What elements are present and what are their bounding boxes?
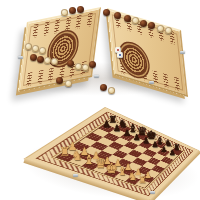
checker-dark[interactable] — [114, 12, 121, 19]
chess-piece-white-rook[interactable]: ♜ — [59, 146, 70, 158]
chess-piece-black-pawn[interactable]: ♟ — [142, 137, 149, 145]
checker-light[interactable] — [75, 63, 82, 70]
chess-piece-black-pawn[interactable]: ♟ — [123, 128, 131, 137]
chess-piece-black-pawn[interactable]: ♟ — [152, 141, 159, 149]
metal-clasp — [150, 191, 155, 194]
checker-dark[interactable] — [89, 61, 96, 68]
chess-piece-white-king[interactable]: ♚ — [105, 161, 118, 175]
chess-piece-white-knight[interactable]: ♞ — [128, 171, 137, 181]
metal-clasp — [149, 81, 154, 84]
checker-dark[interactable] — [100, 84, 107, 91]
chess-piece-black-pawn[interactable]: ♟ — [113, 124, 121, 133]
checker-dark[interactable] — [67, 60, 74, 67]
chess-piece-white-knight[interactable]: ♞ — [72, 150, 83, 163]
chess-piece-black-pawn[interactable]: ♟ — [169, 149, 175, 156]
checker-light[interactable] — [32, 45, 39, 52]
checker-light[interactable] — [157, 25, 164, 32]
chess-piece-black-pawn[interactable]: ♟ — [133, 133, 140, 141]
checker-light[interactable] — [51, 58, 58, 65]
metal-clasp — [94, 75, 99, 78]
checker-light[interactable] — [132, 17, 139, 24]
checker-dark[interactable] — [56, 77, 63, 84]
metal-clasp — [18, 56, 23, 59]
chess-piece-black-pawn[interactable]: ♟ — [160, 145, 167, 152]
checker-light[interactable] — [82, 64, 89, 71]
checker-light[interactable] — [108, 87, 115, 94]
product-photo: ♜♞♝♛♚♝♞♜♟♟♟♟♟♟♟♟♟♟♟♟♟♟♟♟♜♞♝♛♚♝♞♜ — [0, 0, 200, 200]
checker-light[interactable] — [25, 43, 32, 50]
die[interactable] — [117, 52, 123, 58]
checker-light[interactable] — [165, 27, 172, 34]
checker-dark[interactable] — [124, 15, 131, 22]
metal-clasp — [73, 174, 78, 177]
checker-dark[interactable] — [37, 56, 44, 63]
chess-piece-black-pawn[interactable]: ♟ — [102, 119, 110, 128]
metal-clasp — [180, 51, 185, 54]
checker-dark[interactable] — [69, 7, 76, 14]
checker-dark[interactable] — [148, 22, 155, 29]
checker-light[interactable] — [44, 57, 51, 64]
checker-dark[interactable] — [140, 20, 147, 27]
chess-piece-white-bishop[interactable]: ♝ — [83, 154, 94, 167]
chess-piece-white-bishop[interactable]: ♝ — [117, 167, 127, 178]
checker-light[interactable] — [39, 47, 46, 54]
checker-dark[interactable] — [30, 54, 37, 61]
checker-dark[interactable] — [77, 6, 84, 13]
checker-light[interactable] — [65, 80, 72, 87]
checker-dark[interactable] — [103, 9, 110, 16]
checker-light[interactable] — [61, 9, 68, 16]
chess-piece-white-rook[interactable]: ♜ — [138, 176, 146, 185]
